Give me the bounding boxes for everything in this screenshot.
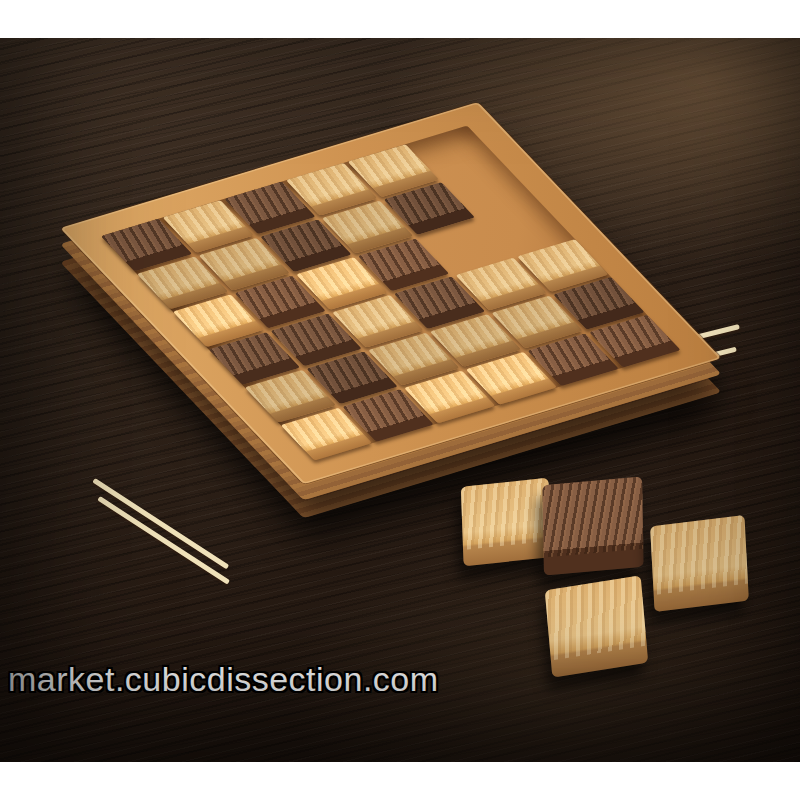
spline-left-corner-1 [92,478,229,569]
loose-cube-2-walnut[interactable] [542,477,643,576]
page: { "game": "wooden checkerboard packing p… [0,0,800,800]
loose-cube-4-cherry[interactable] [545,575,648,677]
puzzle-photo: market.cubicdissection.com [0,38,800,762]
puzzle-tray [60,102,722,484]
loose-cube-1-cherry[interactable] [461,478,551,567]
spline-left-corner-2 [97,496,230,585]
watermark: market.cubicdissection.com [8,660,439,699]
loose-cube-3-cherry[interactable] [650,515,749,612]
